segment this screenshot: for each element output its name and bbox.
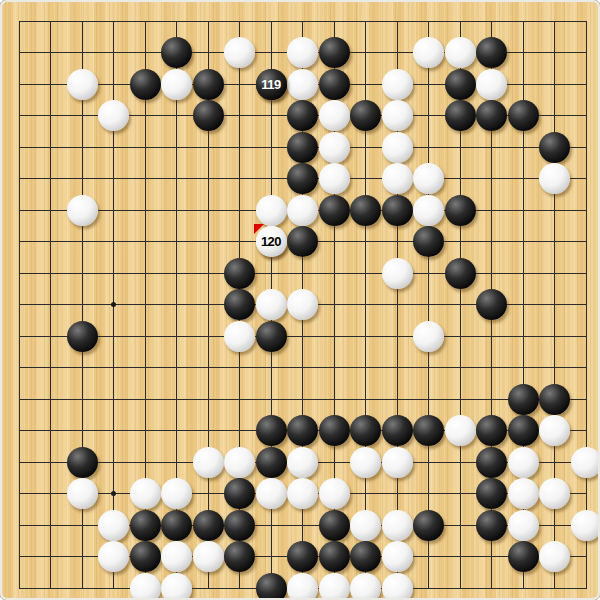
stone-black: [193, 69, 224, 100]
star-point: [111, 302, 116, 307]
stone-black: [476, 289, 507, 320]
stone-white: [508, 447, 539, 478]
stone-black: [256, 573, 287, 600]
stone-white: [256, 289, 287, 320]
stone-black: [539, 384, 570, 415]
stone-white: [161, 573, 192, 600]
stone-white: [319, 573, 350, 600]
grid-line-vertical: [586, 21, 587, 589]
stone-white: [382, 69, 413, 100]
grid-line-horizontal: [19, 21, 587, 22]
stone-white: [193, 447, 224, 478]
stone-white: [67, 195, 98, 226]
stone-white: [476, 69, 507, 100]
grid-line-vertical: [428, 21, 429, 589]
stone-white: [224, 321, 255, 352]
go-board[interactable]: 119120: [2, 2, 598, 598]
stone-white: [382, 258, 413, 289]
stone-white: [256, 478, 287, 509]
last-move-triangle-marker: [254, 224, 264, 234]
stone-black: [287, 100, 318, 131]
stone-black: [161, 37, 192, 68]
grid-line-vertical: [19, 21, 20, 589]
stone-white: [193, 541, 224, 572]
stone-white: [445, 37, 476, 68]
stone-black: [256, 415, 287, 446]
star-point: [111, 491, 116, 496]
stone-white: [319, 478, 350, 509]
stone-white: [319, 100, 350, 131]
stone-white: [287, 478, 318, 509]
grid-line-horizontal: [19, 273, 587, 274]
stone-white: [445, 415, 476, 446]
stone-black: [350, 541, 381, 572]
stone-white: [161, 478, 192, 509]
stone-white: [287, 573, 318, 600]
move-number-label: 119: [261, 78, 280, 91]
stone-white: [382, 163, 413, 194]
stone-black-numbered: 119: [256, 69, 287, 100]
stone-black: [67, 447, 98, 478]
stone-black: [224, 478, 255, 509]
stone-white: [571, 447, 600, 478]
stone-black: [476, 478, 507, 509]
stone-black: [413, 510, 444, 541]
stone-black: [130, 69, 161, 100]
stone-black: [224, 258, 255, 289]
stone-white: [161, 69, 192, 100]
stone-white: [130, 573, 161, 600]
stone-white: [382, 541, 413, 572]
stone-black: [382, 195, 413, 226]
stone-black: [508, 415, 539, 446]
stone-black: [287, 132, 318, 163]
stone-black: [476, 37, 507, 68]
stone-white: [350, 573, 381, 600]
stone-black: [224, 541, 255, 572]
stone-black: [350, 100, 381, 131]
stone-black: [445, 258, 476, 289]
stone-black: [319, 541, 350, 572]
stone-black: [445, 69, 476, 100]
stone-black: [350, 195, 381, 226]
stone-black: [508, 384, 539, 415]
stone-white: [98, 541, 129, 572]
go-board-window: 119120: [0, 0, 600, 600]
stone-white: [161, 541, 192, 572]
stone-black: [224, 510, 255, 541]
stone-white: [256, 195, 287, 226]
stone-white: [508, 510, 539, 541]
move-number-label: 120: [261, 235, 281, 248]
grid-line-horizontal: [19, 399, 587, 400]
stone-black: [476, 415, 507, 446]
grid-line-horizontal: [19, 336, 587, 337]
stone-black: [445, 100, 476, 131]
stone-black: [319, 510, 350, 541]
stone-white: [413, 321, 444, 352]
stone-white: [319, 132, 350, 163]
stone-black: [130, 541, 161, 572]
stone-white: [539, 415, 570, 446]
stone-white: [287, 447, 318, 478]
stone-black: [256, 447, 287, 478]
stone-white: [287, 195, 318, 226]
stone-black: [413, 226, 444, 257]
stone-white: [98, 510, 129, 541]
stone-black: [350, 415, 381, 446]
stone-white: [287, 289, 318, 320]
stone-black: [224, 289, 255, 320]
stone-white: [319, 163, 350, 194]
stone-white: [98, 100, 129, 131]
stone-white: [382, 510, 413, 541]
stone-black: [67, 321, 98, 352]
grid-line-horizontal: [19, 367, 587, 368]
stone-white: [539, 163, 570, 194]
stone-black: [476, 100, 507, 131]
stone-black: [287, 226, 318, 257]
stone-black: [256, 321, 287, 352]
grid-line-vertical: [50, 21, 51, 589]
stone-white: [413, 163, 444, 194]
stone-black: [476, 447, 507, 478]
stone-white: [287, 69, 318, 100]
stone-black: [130, 510, 161, 541]
stone-black: [287, 415, 318, 446]
stone-black: [161, 510, 192, 541]
stone-black: [193, 100, 224, 131]
stone-black: [319, 415, 350, 446]
stone-black: [476, 510, 507, 541]
stone-black: [193, 510, 224, 541]
stone-white: [382, 100, 413, 131]
stone-white: [539, 541, 570, 572]
stone-black: [445, 195, 476, 226]
stone-black: [382, 415, 413, 446]
stone-white: [508, 478, 539, 509]
stone-white: [382, 447, 413, 478]
stone-black: [539, 132, 570, 163]
stone-black: [319, 37, 350, 68]
stone-white: [67, 69, 98, 100]
stone-black: [287, 541, 318, 572]
stone-black: [413, 415, 444, 446]
stone-white: [224, 447, 255, 478]
stone-black: [287, 163, 318, 194]
stone-white: [130, 478, 161, 509]
stone-black: [508, 100, 539, 131]
stone-black: [319, 69, 350, 100]
stone-white: [350, 447, 381, 478]
stone-white: [287, 37, 318, 68]
stone-white: [382, 573, 413, 600]
stone-white: [382, 132, 413, 163]
stone-black: [508, 541, 539, 572]
stone-white: [413, 195, 444, 226]
stone-black: [319, 195, 350, 226]
stone-white: [571, 510, 600, 541]
stone-white: [67, 478, 98, 509]
stone-white: [413, 37, 444, 68]
stone-white: [224, 37, 255, 68]
stone-white: [539, 478, 570, 509]
stone-white: [350, 510, 381, 541]
